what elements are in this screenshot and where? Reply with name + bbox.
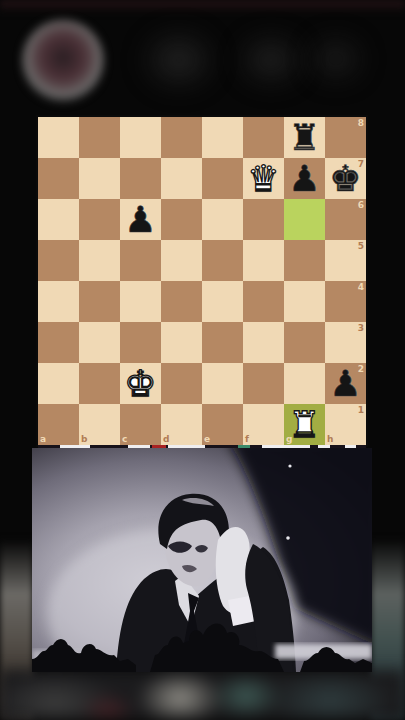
blurred-blob bbox=[236, 32, 306, 88]
file-label-a: a bbox=[40, 435, 46, 444]
rank-label-4: 4 bbox=[358, 283, 364, 292]
square-h5[interactable]: 5 bbox=[325, 240, 366, 281]
square-e2[interactable] bbox=[202, 363, 243, 404]
rank-label-6: 6 bbox=[358, 201, 364, 210]
piece-white-rook[interactable]: ♜ bbox=[284, 404, 325, 445]
square-g4[interactable] bbox=[284, 281, 325, 322]
square-c8[interactable] bbox=[120, 117, 161, 158]
square-c5[interactable] bbox=[120, 240, 161, 281]
square-g6[interactable] bbox=[284, 199, 325, 240]
square-d5[interactable] bbox=[161, 240, 202, 281]
square-h3[interactable]: 3 bbox=[325, 322, 366, 363]
square-d6[interactable] bbox=[161, 199, 202, 240]
piece-black-pawn[interactable]: ♟ bbox=[120, 199, 161, 240]
rank-label-1: 1 bbox=[358, 406, 364, 415]
square-d3[interactable] bbox=[161, 322, 202, 363]
square-d2[interactable] bbox=[161, 363, 202, 404]
square-b4[interactable] bbox=[79, 281, 120, 322]
square-c7[interactable] bbox=[120, 158, 161, 199]
square-a3[interactable] bbox=[38, 322, 79, 363]
rank-label-8: 8 bbox=[358, 119, 364, 128]
rank-label-3: 3 bbox=[358, 324, 364, 333]
blurred-backdrop-bottom bbox=[0, 670, 405, 720]
chess-board: ♜8♛♟7♚♟6543♚2♟abcdefg♜1h bbox=[38, 117, 366, 445]
square-b8[interactable] bbox=[79, 117, 120, 158]
square-h7[interactable]: 7♚ bbox=[325, 158, 366, 199]
blurred-blob bbox=[306, 34, 366, 84]
file-label-c: c bbox=[122, 435, 127, 444]
piece-black-pawn[interactable]: ♟ bbox=[284, 158, 325, 199]
piece-black-pawn[interactable]: ♟ bbox=[325, 363, 366, 404]
video-player-surface[interactable]: ♜8♛♟7♚♟6543♚2♟abcdefg♜1h bbox=[0, 0, 405, 720]
square-e8[interactable] bbox=[202, 117, 243, 158]
file-label-f: f bbox=[245, 435, 249, 444]
file-label-b: b bbox=[81, 435, 87, 444]
square-h1[interactable]: 1h bbox=[325, 404, 366, 445]
square-f2[interactable] bbox=[243, 363, 284, 404]
square-h6[interactable]: 6 bbox=[325, 199, 366, 240]
square-b5[interactable] bbox=[79, 240, 120, 281]
file-label-d: d bbox=[163, 435, 169, 444]
blurred-backdrop-top bbox=[0, 0, 405, 12]
square-g5[interactable] bbox=[284, 240, 325, 281]
square-e5[interactable] bbox=[202, 240, 243, 281]
square-g7[interactable]: ♟ bbox=[284, 158, 325, 199]
square-f7[interactable]: ♛ bbox=[243, 158, 284, 199]
square-a6[interactable] bbox=[38, 199, 79, 240]
square-f3[interactable] bbox=[243, 322, 284, 363]
square-d8[interactable] bbox=[161, 117, 202, 158]
square-e7[interactable] bbox=[202, 158, 243, 199]
piece-black-rook[interactable]: ♜ bbox=[284, 117, 325, 158]
square-f4[interactable] bbox=[243, 281, 284, 322]
file-label-h: h bbox=[327, 435, 333, 444]
square-b2[interactable] bbox=[79, 363, 120, 404]
photo-illustration bbox=[32, 448, 372, 672]
file-label-e: e bbox=[204, 435, 210, 444]
square-c1[interactable]: c bbox=[120, 404, 161, 445]
square-h4[interactable]: 4 bbox=[325, 281, 366, 322]
square-e4[interactable] bbox=[202, 281, 243, 322]
square-g3[interactable] bbox=[284, 322, 325, 363]
square-e6[interactable] bbox=[202, 199, 243, 240]
square-c4[interactable] bbox=[120, 281, 161, 322]
square-b3[interactable] bbox=[79, 322, 120, 363]
square-d7[interactable] bbox=[161, 158, 202, 199]
square-c3[interactable] bbox=[120, 322, 161, 363]
square-b1[interactable]: b bbox=[79, 404, 120, 445]
channel-avatar[interactable] bbox=[22, 20, 104, 102]
square-d4[interactable] bbox=[161, 281, 202, 322]
piece-black-king[interactable]: ♚ bbox=[325, 158, 366, 199]
square-c2[interactable]: ♚ bbox=[120, 363, 161, 404]
square-a8[interactable] bbox=[38, 117, 79, 158]
square-g8[interactable]: ♜ bbox=[284, 117, 325, 158]
square-f6[interactable] bbox=[243, 199, 284, 240]
square-h2[interactable]: 2♟ bbox=[325, 363, 366, 404]
square-d1[interactable]: d bbox=[161, 404, 202, 445]
square-g2[interactable] bbox=[284, 363, 325, 404]
square-h8[interactable]: 8 bbox=[325, 117, 366, 158]
piece-white-king[interactable]: ♚ bbox=[120, 363, 161, 404]
square-f1[interactable]: f bbox=[243, 404, 284, 445]
square-e3[interactable] bbox=[202, 322, 243, 363]
square-f5[interactable] bbox=[243, 240, 284, 281]
square-e1[interactable]: e bbox=[202, 404, 243, 445]
square-b6[interactable] bbox=[79, 199, 120, 240]
square-a4[interactable] bbox=[38, 281, 79, 322]
square-b7[interactable] bbox=[79, 158, 120, 199]
square-a1[interactable]: a bbox=[38, 404, 79, 445]
square-g1[interactable]: g♜ bbox=[284, 404, 325, 445]
square-f8[interactable] bbox=[243, 117, 284, 158]
square-a5[interactable] bbox=[38, 240, 79, 281]
rank-label-5: 5 bbox=[358, 242, 364, 251]
blurred-blob bbox=[140, 28, 218, 92]
square-c6[interactable]: ♟ bbox=[120, 199, 161, 240]
piece-white-queen[interactable]: ♛ bbox=[243, 158, 284, 199]
square-a2[interactable] bbox=[38, 363, 79, 404]
fischer-thinking-video-still bbox=[32, 448, 372, 672]
square-a7[interactable] bbox=[38, 158, 79, 199]
